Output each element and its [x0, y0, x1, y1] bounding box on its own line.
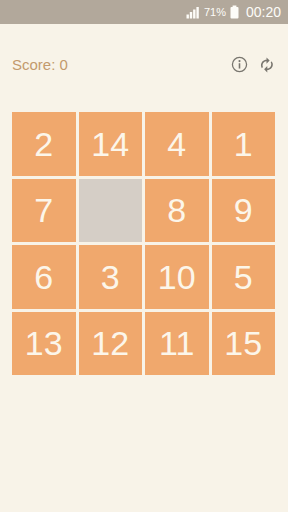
tile-8[interactable]: 8: [145, 179, 209, 243]
tile-2[interactable]: 2: [12, 112, 76, 176]
tile-5[interactable]: 5: [212, 245, 276, 309]
tile-4[interactable]: 4: [145, 112, 209, 176]
battery-icon: [230, 5, 239, 19]
tile-9[interactable]: 9: [212, 179, 276, 243]
battery-percent: 71%: [204, 7, 226, 18]
tile-3[interactable]: 3: [79, 245, 143, 309]
tile-1[interactable]: 1: [212, 112, 276, 176]
puzzle-board: 214417896310513121115: [12, 112, 275, 375]
tile-10[interactable]: 10: [145, 245, 209, 309]
status-bar: 71% 00:20: [0, 0, 288, 24]
refresh-icon[interactable]: [257, 55, 276, 74]
tile-13[interactable]: 13: [12, 312, 76, 376]
tile-14[interactable]: 14: [79, 112, 143, 176]
tile-6[interactable]: 6: [12, 245, 76, 309]
tile-11[interactable]: 11: [145, 312, 209, 376]
tile-12[interactable]: 12: [79, 312, 143, 376]
status-clock: 00:20: [246, 5, 281, 19]
score-label: Score: 0: [12, 56, 68, 73]
score-row: Score: 0: [12, 47, 276, 81]
tile-15[interactable]: 15: [212, 312, 276, 376]
empty-slot: [79, 179, 143, 243]
signal-strength-icon: [186, 6, 200, 19]
tile-7[interactable]: 7: [12, 179, 76, 243]
info-icon[interactable]: [231, 56, 248, 73]
